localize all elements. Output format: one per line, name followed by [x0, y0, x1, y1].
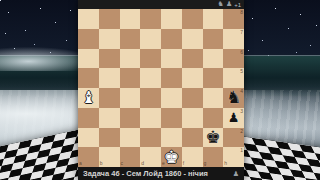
- rank-label: 1: [240, 148, 243, 153]
- square-f2[interactable]: [182, 128, 203, 148]
- square-c2[interactable]: [120, 128, 141, 148]
- file-label: b: [100, 161, 103, 166]
- rank-label: 7: [240, 30, 243, 35]
- square-c4[interactable]: [120, 88, 141, 108]
- square-g1[interactable]: g: [203, 147, 224, 167]
- square-g7[interactable]: [203, 29, 224, 49]
- square-c8[interactable]: [120, 9, 141, 29]
- square-h5[interactable]: 5: [223, 68, 244, 88]
- square-b5[interactable]: [99, 68, 120, 88]
- file-label: f: [183, 161, 184, 166]
- square-e3[interactable]: [161, 108, 182, 128]
- stars: [0, 0, 1, 1]
- square-d3[interactable]: [140, 108, 161, 128]
- file-label: d: [141, 161, 144, 166]
- chess-app-window: ♞ ♟ +1 8765♝4♞3♟♚2abcde♚fgh1 Задача 46 -…: [78, 0, 244, 180]
- white-bishop[interactable]: ♝: [78, 88, 99, 108]
- square-f4[interactable]: [182, 88, 203, 108]
- square-f5[interactable]: [182, 68, 203, 88]
- square-e2[interactable]: [161, 128, 182, 148]
- square-c1[interactable]: c: [120, 147, 141, 167]
- square-g5[interactable]: [203, 68, 224, 88]
- black-pawn[interactable]: ♟: [223, 108, 244, 128]
- square-b2[interactable]: [99, 128, 120, 148]
- square-g3[interactable]: [203, 108, 224, 128]
- rank-label: 8: [240, 10, 243, 15]
- square-d5[interactable]: [140, 68, 161, 88]
- square-h6[interactable]: 6: [223, 49, 244, 69]
- square-a7[interactable]: [78, 29, 99, 49]
- square-b7[interactable]: [99, 29, 120, 49]
- rank-label: 6: [240, 50, 243, 55]
- material-score: +1: [234, 2, 241, 8]
- square-b1[interactable]: b: [99, 147, 120, 167]
- square-f3[interactable]: [182, 108, 203, 128]
- square-f8[interactable]: [182, 9, 203, 29]
- square-d7[interactable]: [140, 29, 161, 49]
- square-e6[interactable]: [161, 49, 182, 69]
- square-b4[interactable]: [99, 88, 120, 108]
- puzzle-title: Задача 46 - Сем Лойд 1860 - нічия: [83, 169, 208, 178]
- square-d4[interactable]: [140, 88, 161, 108]
- square-a6[interactable]: [78, 49, 99, 69]
- rank-label: 5: [240, 69, 243, 74]
- square-c5[interactable]: [120, 68, 141, 88]
- square-a2[interactable]: [78, 128, 99, 148]
- square-a4[interactable]: ♝: [78, 88, 99, 108]
- pawn-icon: ♟: [226, 1, 232, 8]
- square-e7[interactable]: [161, 29, 182, 49]
- square-a8[interactable]: [78, 9, 99, 29]
- status-bar: Задача 46 - Сем Лойд 1860 - нічия ♟: [78, 167, 244, 180]
- square-h3[interactable]: 3♟: [223, 108, 244, 128]
- square-h4[interactable]: 4♞: [223, 88, 244, 108]
- square-d8[interactable]: [140, 9, 161, 29]
- rank-label: 2: [240, 129, 243, 134]
- square-d2[interactable]: [140, 128, 161, 148]
- square-f6[interactable]: [182, 49, 203, 69]
- square-f7[interactable]: [182, 29, 203, 49]
- square-h7[interactable]: 7: [223, 29, 244, 49]
- square-d1[interactable]: d: [140, 147, 161, 167]
- square-c3[interactable]: [120, 108, 141, 128]
- file-label: a: [79, 161, 82, 166]
- square-c7[interactable]: [120, 29, 141, 49]
- square-f1[interactable]: f: [182, 147, 203, 167]
- square-e1[interactable]: e♚: [161, 147, 182, 167]
- white-king[interactable]: ♚: [161, 147, 182, 167]
- square-h2[interactable]: 2: [223, 128, 244, 148]
- square-a1[interactable]: a: [78, 147, 99, 167]
- square-a5[interactable]: [78, 68, 99, 88]
- knight-icon: ♞: [218, 1, 224, 8]
- square-e8[interactable]: [161, 9, 182, 29]
- chess-board[interactable]: 8765♝4♞3♟♚2abcde♚fgh1: [78, 9, 244, 167]
- square-e5[interactable]: [161, 68, 182, 88]
- square-c6[interactable]: [120, 49, 141, 69]
- black-knight[interactable]: ♞: [223, 88, 244, 108]
- square-b3[interactable]: [99, 108, 120, 128]
- square-g8[interactable]: [203, 9, 224, 29]
- top-toolbar: ♞ ♟ +1: [78, 0, 244, 9]
- file-label: c: [121, 161, 124, 166]
- square-d6[interactable]: [140, 49, 161, 69]
- square-a3[interactable]: [78, 108, 99, 128]
- square-b8[interactable]: [99, 9, 120, 29]
- black-king[interactable]: ♚: [203, 128, 224, 148]
- file-label: g: [204, 161, 207, 166]
- square-h1[interactable]: h1: [223, 147, 244, 167]
- pawn-status-icon[interactable]: ♟: [233, 170, 239, 178]
- square-g2[interactable]: ♚: [203, 128, 224, 148]
- square-h8[interactable]: 8: [223, 9, 244, 29]
- file-label: h: [224, 161, 227, 166]
- square-b6[interactable]: [99, 49, 120, 69]
- square-g6[interactable]: [203, 49, 224, 69]
- square-e4[interactable]: [161, 88, 182, 108]
- square-g4[interactable]: [203, 88, 224, 108]
